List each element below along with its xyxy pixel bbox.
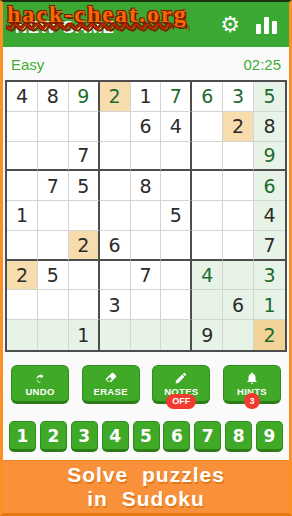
sudoku-cell-r4c8[interactable] — [223, 171, 254, 201]
sudoku-cell-r9c4[interactable] — [100, 320, 131, 350]
sudoku-cell-r2c8[interactable]: 2 — [223, 112, 254, 142]
sudoku-cell-r8c7[interactable] — [192, 290, 223, 320]
sudoku-cell-r1c1[interactable]: 4 — [7, 82, 38, 112]
sudoku-cell-r3c4[interactable] — [100, 142, 131, 172]
sudoku-cell-r4c1[interactable] — [7, 171, 38, 201]
numpad-5[interactable]: 5 — [133, 421, 160, 452]
sudoku-cell-r3c6[interactable] — [161, 142, 192, 172]
game-timer: 02:25 — [243, 56, 281, 73]
sudoku-cell-r4c5[interactable]: 8 — [131, 171, 162, 201]
sudoku-cell-r3c9[interactable]: 9 — [254, 142, 285, 172]
sudoku-cell-r8c9[interactable]: 1 — [254, 290, 285, 320]
difficulty-label: Easy — [11, 56, 44, 73]
sudoku-cell-r9c6[interactable] — [161, 320, 192, 350]
sudoku-cell-r1c5[interactable]: 1 — [131, 82, 162, 112]
sudoku-cell-r6c3[interactable]: 2 — [69, 231, 100, 261]
header-bar: NEW GAME ⚙ — [3, 2, 289, 47]
sudoku-cell-r7c3[interactable] — [69, 261, 100, 291]
sudoku-cell-r6c8[interactable] — [223, 231, 254, 261]
sudoku-cell-r5c5[interactable] — [131, 201, 162, 231]
sudoku-cell-r8c5[interactable] — [131, 290, 162, 320]
sudoku-cell-r9c5[interactable] — [131, 320, 162, 350]
sudoku-cell-r5c9[interactable]: 4 — [254, 201, 285, 231]
sudoku-cell-r7c9[interactable]: 3 — [254, 261, 285, 291]
sudoku-cell-r8c1[interactable] — [7, 290, 38, 320]
sudoku-cell-r5c8[interactable] — [223, 201, 254, 231]
sudoku-cell-r6c6[interactable] — [161, 231, 192, 261]
sudoku-cell-r4c2[interactable]: 7 — [38, 171, 69, 201]
sudoku-cell-r2c7[interactable] — [192, 112, 223, 142]
sudoku-cell-r3c3[interactable]: 7 — [69, 142, 100, 172]
sudoku-cell-r2c5[interactable]: 6 — [131, 112, 162, 142]
promo-banner: Solve puzzles in Sudoku — [3, 460, 289, 513]
sudoku-cell-r1c4[interactable]: 2 — [100, 82, 131, 112]
notes-off-badge: OFF — [166, 394, 196, 409]
sudoku-cell-r1c7[interactable]: 6 — [192, 82, 223, 112]
sudoku-cell-r5c3[interactable] — [69, 201, 100, 231]
erase-label: ERASE — [94, 386, 128, 397]
sudoku-cell-r3c5[interactable] — [131, 142, 162, 172]
sudoku-cell-r4c6[interactable] — [161, 171, 192, 201]
sudoku-cell-r7c5[interactable]: 7 — [131, 261, 162, 291]
sudoku-cell-r2c2[interactable] — [38, 112, 69, 142]
sudoku-cell-r4c7[interactable] — [192, 171, 223, 201]
sudoku-cell-r5c1[interactable]: 1 — [7, 201, 38, 231]
numpad-7[interactable]: 7 — [194, 421, 221, 452]
sudoku-cell-r2c9[interactable]: 8 — [254, 112, 285, 142]
sudoku-cell-r6c4[interactable]: 6 — [100, 231, 131, 261]
sudoku-cell-r1c6[interactable]: 7 — [161, 82, 192, 112]
sudoku-cell-r7c1[interactable]: 2 — [7, 261, 38, 291]
sudoku-cell-r8c2[interactable] — [38, 290, 69, 320]
notes-button[interactable]: NOTES OFF — [152, 365, 210, 404]
eraser-icon — [104, 371, 118, 385]
sudoku-cell-r7c2[interactable]: 5 — [38, 261, 69, 291]
sudoku-cell-r5c7[interactable] — [192, 201, 223, 231]
sudoku-cell-r7c6[interactable] — [161, 261, 192, 291]
sudoku-cell-r3c8[interactable] — [223, 142, 254, 172]
status-row: Easy 02:25 — [3, 47, 289, 78]
sudoku-cell-r9c1[interactable] — [7, 320, 38, 350]
sudoku-cell-r2c6[interactable]: 4 — [161, 112, 192, 142]
sudoku-cell-r3c2[interactable] — [38, 142, 69, 172]
numpad-2[interactable]: 2 — [40, 421, 67, 452]
sudoku-cell-r5c6[interactable]: 5 — [161, 201, 192, 231]
page-title: NEW GAME — [15, 18, 114, 38]
undo-button[interactable]: UNDO — [11, 365, 69, 404]
numpad-9[interactable]: 9 — [256, 421, 283, 452]
toolbar: UNDO ERASE NOTES OFF HINTS 3 — [3, 365, 289, 404]
sudoku-cell-r1c3[interactable]: 9 — [69, 82, 100, 112]
sudoku-board: 489217635642879758615426725743361192 — [5, 80, 287, 352]
sudoku-cell-r2c1[interactable] — [7, 112, 38, 142]
sudoku-cell-r5c4[interactable] — [100, 201, 131, 231]
numpad-8[interactable]: 8 — [225, 421, 252, 452]
number-pad: 123456789 — [3, 421, 289, 452]
sudoku-cell-r8c4[interactable]: 3 — [100, 290, 131, 320]
sudoku-cell-r6c1[interactable] — [7, 231, 38, 261]
sudoku-cell-r2c3[interactable] — [69, 112, 100, 142]
sudoku-cell-r4c3[interactable]: 5 — [69, 171, 100, 201]
undo-label: UNDO — [25, 386, 54, 397]
sudoku-cell-r4c9[interactable]: 6 — [254, 171, 285, 201]
sudoku-cell-r9c8[interactable] — [223, 320, 254, 350]
sudoku-cell-r2c4[interactable] — [100, 112, 131, 142]
sudoku-cell-r9c7[interactable]: 9 — [192, 320, 223, 350]
banner-line2: in Sudoku — [87, 487, 205, 511]
undo-icon — [33, 371, 47, 385]
sudoku-cell-r6c2[interactable] — [38, 231, 69, 261]
sudoku-cell-r4c4[interactable] — [100, 171, 131, 201]
sudoku-cell-r6c5[interactable] — [131, 231, 162, 261]
sudoku-cell-r7c7[interactable]: 4 — [192, 261, 223, 291]
sudoku-cell-r9c9[interactable]: 2 — [254, 320, 285, 350]
sudoku-cell-r3c7[interactable] — [192, 142, 223, 172]
sudoku-cell-r8c6[interactable] — [161, 290, 192, 320]
sudoku-cell-r6c7[interactable] — [192, 231, 223, 261]
settings-gear-icon[interactable]: ⚙ — [220, 14, 240, 36]
banner-line1: Solve puzzles — [67, 463, 225, 487]
erase-button[interactable]: ERASE — [82, 365, 140, 404]
sudoku-cell-r1c2[interactable]: 8 — [38, 82, 69, 112]
bell-icon — [245, 371, 259, 385]
app-screenshot: hack-cheat.org NEW GAME ⚙ Easy 02:25 489… — [0, 0, 292, 516]
sudoku-cell-r7c8[interactable] — [223, 261, 254, 291]
sudoku-cell-r9c2[interactable] — [38, 320, 69, 350]
sudoku-cell-r6c9[interactable]: 7 — [254, 231, 285, 261]
sudoku-cell-r3c1[interactable] — [7, 142, 38, 172]
sudoku-cell-r9c3[interactable]: 1 — [69, 320, 100, 350]
sudoku-cell-r7c4[interactable] — [100, 261, 131, 291]
sudoku-cell-r5c2[interactable] — [38, 201, 69, 231]
statistics-bars-icon[interactable] — [256, 16, 277, 34]
numpad-6[interactable]: 6 — [163, 421, 190, 452]
hints-button[interactable]: HINTS 3 — [223, 365, 281, 404]
numpad-1[interactable]: 1 — [9, 421, 36, 452]
numpad-4[interactable]: 4 — [102, 421, 129, 452]
numpad-3[interactable]: 3 — [71, 421, 98, 452]
sudoku-cell-r1c9[interactable]: 5 — [254, 82, 285, 112]
pencil-icon — [174, 371, 188, 385]
hints-count-badge: 3 — [244, 393, 260, 409]
sudoku-cell-r8c3[interactable] — [69, 290, 100, 320]
sudoku-cell-r8c8[interactable]: 6 — [223, 290, 254, 320]
sudoku-cell-r1c8[interactable]: 3 — [223, 82, 254, 112]
